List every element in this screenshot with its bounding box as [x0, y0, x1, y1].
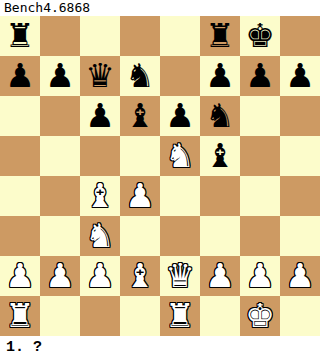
square-d6[interactable]: ♝ [120, 96, 160, 136]
piece-black-pawn: ♟ [80, 96, 120, 136]
piece-white-bishop: ♝ [120, 256, 160, 296]
square-g4[interactable] [240, 176, 280, 216]
square-b8[interactable] [40, 16, 80, 56]
square-e3[interactable] [160, 216, 200, 256]
square-d8[interactable] [120, 16, 160, 56]
square-h7[interactable]: ♟ [280, 56, 320, 96]
piece-black-rook: ♜ [0, 16, 40, 56]
square-a1[interactable]: ♜ [0, 296, 40, 336]
square-g7[interactable]: ♟ [240, 56, 280, 96]
square-a7[interactable]: ♟ [0, 56, 40, 96]
piece-white-pawn: ♟ [40, 256, 80, 296]
square-g3[interactable] [240, 216, 280, 256]
window-title: Bench4.6868 [0, 0, 320, 16]
square-c7[interactable]: ♛ [80, 56, 120, 96]
square-f4[interactable] [200, 176, 240, 216]
square-b2[interactable]: ♟ [40, 256, 80, 296]
square-a4[interactable] [0, 176, 40, 216]
square-c1[interactable] [80, 296, 120, 336]
piece-black-queen: ♛ [80, 56, 120, 96]
square-e1[interactable]: ♜ [160, 296, 200, 336]
square-g6[interactable] [240, 96, 280, 136]
square-f2[interactable]: ♟ [200, 256, 240, 296]
square-d7[interactable]: ♞ [120, 56, 160, 96]
square-c8[interactable] [80, 16, 120, 56]
square-f6[interactable]: ♞ [200, 96, 240, 136]
piece-white-king: ♚ [240, 296, 280, 336]
square-h1[interactable] [280, 296, 320, 336]
square-g5[interactable] [240, 136, 280, 176]
piece-black-pawn: ♟ [40, 56, 80, 96]
piece-white-pawn: ♟ [200, 256, 240, 296]
square-h2[interactable]: ♟ [280, 256, 320, 296]
square-g1[interactable]: ♚ [240, 296, 280, 336]
square-h3[interactable] [280, 216, 320, 256]
piece-black-knight: ♞ [200, 96, 240, 136]
square-d2[interactable]: ♝ [120, 256, 160, 296]
square-d3[interactable] [120, 216, 160, 256]
piece-black-bishop: ♝ [200, 136, 240, 176]
piece-black-bishop: ♝ [120, 96, 160, 136]
piece-black-rook: ♜ [200, 16, 240, 56]
piece-black-pawn: ♟ [280, 56, 320, 96]
piece-white-knight: ♞ [160, 136, 200, 176]
square-e5[interactable]: ♞ [160, 136, 200, 176]
piece-black-pawn: ♟ [200, 56, 240, 96]
square-b7[interactable]: ♟ [40, 56, 80, 96]
piece-white-bishop: ♝ [80, 176, 120, 216]
piece-black-pawn: ♟ [240, 56, 280, 96]
square-a2[interactable]: ♟ [0, 256, 40, 296]
square-c3[interactable]: ♞ [80, 216, 120, 256]
square-h8[interactable] [280, 16, 320, 56]
piece-white-rook: ♜ [160, 296, 200, 336]
square-e8[interactable] [160, 16, 200, 56]
piece-white-pawn: ♟ [240, 256, 280, 296]
square-b3[interactable] [40, 216, 80, 256]
square-e2[interactable]: ♛ [160, 256, 200, 296]
square-f1[interactable] [200, 296, 240, 336]
square-f3[interactable] [200, 216, 240, 256]
square-e6[interactable]: ♟ [160, 96, 200, 136]
piece-white-pawn: ♟ [280, 256, 320, 296]
square-c6[interactable]: ♟ [80, 96, 120, 136]
square-h4[interactable] [280, 176, 320, 216]
piece-white-queen: ♛ [160, 256, 200, 296]
square-f5[interactable]: ♝ [200, 136, 240, 176]
square-e7[interactable] [160, 56, 200, 96]
piece-black-knight: ♞ [120, 56, 160, 96]
square-b4[interactable] [40, 176, 80, 216]
piece-white-pawn: ♟ [120, 176, 160, 216]
square-b1[interactable] [40, 296, 80, 336]
square-f7[interactable]: ♟ [200, 56, 240, 96]
square-b6[interactable] [40, 96, 80, 136]
square-a6[interactable] [0, 96, 40, 136]
square-b5[interactable] [40, 136, 80, 176]
square-c4[interactable]: ♝ [80, 176, 120, 216]
square-h6[interactable] [280, 96, 320, 136]
piece-black-pawn: ♟ [160, 96, 200, 136]
square-g2[interactable]: ♟ [240, 256, 280, 296]
square-g8[interactable]: ♚ [240, 16, 280, 56]
square-h5[interactable] [280, 136, 320, 176]
piece-white-rook: ♜ [0, 296, 40, 336]
piece-white-pawn: ♟ [80, 256, 120, 296]
piece-white-pawn: ♟ [0, 256, 40, 296]
square-d5[interactable] [120, 136, 160, 176]
square-c5[interactable] [80, 136, 120, 176]
move-prompt: 1. ? [0, 336, 320, 360]
square-f8[interactable]: ♜ [200, 16, 240, 56]
square-d4[interactable]: ♟ [120, 176, 160, 216]
square-a3[interactable] [0, 216, 40, 256]
square-c2[interactable]: ♟ [80, 256, 120, 296]
square-a5[interactable] [0, 136, 40, 176]
chess-board: ♜♜♚♟♟♛♞♟♟♟♟♝♟♞♞♝♝♟♞♟♟♟♝♛♟♟♟♜♜♚ [0, 16, 320, 336]
square-e4[interactable] [160, 176, 200, 216]
piece-black-pawn: ♟ [0, 56, 40, 96]
piece-white-knight: ♞ [80, 216, 120, 256]
square-d1[interactable] [120, 296, 160, 336]
piece-black-king: ♚ [240, 16, 280, 56]
square-a8[interactable]: ♜ [0, 16, 40, 56]
